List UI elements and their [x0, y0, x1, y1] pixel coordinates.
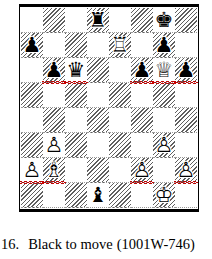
square-b3[interactable]: ♟♙ [43, 133, 65, 158]
square-d4[interactable] [87, 108, 109, 133]
square-d2[interactable] [87, 158, 109, 183]
square-c4[interactable] [65, 108, 87, 133]
black-queen[interactable]: ♛ [65, 58, 87, 82]
square-g7[interactable]: ♟♟ [153, 33, 175, 58]
square-b2[interactable]: ♝♗ [43, 158, 65, 183]
white-pawn-halo: ♟ [21, 158, 43, 182]
square-c1[interactable] [65, 183, 87, 208]
square-h8[interactable] [175, 8, 197, 33]
square-f1[interactable] [131, 183, 153, 208]
square-d7[interactable] [87, 33, 109, 58]
square-g5[interactable] [153, 83, 175, 108]
black-pawn-halo: ♟ [153, 33, 175, 57]
square-d5[interactable] [87, 83, 109, 108]
square-e7[interactable]: ♜♖ [109, 33, 131, 58]
black-pawn[interactable]: ♟ [21, 33, 43, 57]
black-bishop-halo: ♝ [87, 183, 109, 207]
white-king[interactable]: ♔ [153, 183, 175, 207]
square-e1[interactable] [109, 183, 131, 208]
black-queen-halo: ♛ [65, 58, 87, 82]
square-g1[interactable]: ♚♔ [153, 183, 175, 208]
black-bishop[interactable]: ♝ [87, 183, 109, 207]
square-a3[interactable] [21, 133, 43, 158]
white-pawn[interactable]: ♙ [131, 158, 153, 182]
square-f4[interactable] [131, 108, 153, 133]
black-pawn-halo: ♟ [175, 58, 197, 82]
square-d1[interactable]: ♝♝ [87, 183, 109, 208]
square-e3[interactable] [109, 133, 131, 158]
black-king-halo: ♚ [153, 8, 175, 32]
square-g4[interactable] [153, 108, 175, 133]
square-b5[interactable] [43, 83, 65, 108]
square-h2[interactable]: ♟♙ [175, 158, 197, 183]
caption-source: (1001W-746) [117, 236, 195, 252]
square-f7[interactable] [131, 33, 153, 58]
square-c8[interactable] [65, 8, 87, 33]
white-pawn-halo: ♟ [131, 158, 153, 182]
square-e6[interactable] [109, 58, 131, 83]
white-queen-halo: ♛ [153, 58, 175, 82]
square-b7[interactable] [43, 33, 65, 58]
white-bishop-halo: ♝ [43, 158, 65, 182]
square-h4[interactable] [175, 108, 197, 133]
white-queen[interactable]: ♕ [153, 58, 175, 82]
square-d8[interactable]: ♜♜ [87, 8, 109, 33]
square-h3[interactable] [175, 133, 197, 158]
square-e2[interactable] [109, 158, 131, 183]
square-h5[interactable] [175, 83, 197, 108]
white-pawn[interactable]: ♙ [21, 158, 43, 182]
square-c3[interactable] [65, 133, 87, 158]
white-pawn-halo: ♟ [153, 133, 175, 157]
square-g8[interactable]: ♚♚ [153, 8, 175, 33]
square-b8[interactable] [43, 8, 65, 33]
square-h6[interactable]: ♟♟ [175, 58, 197, 83]
white-pawn[interactable]: ♙ [43, 133, 65, 157]
square-e4[interactable] [109, 108, 131, 133]
square-b6[interactable]: ♟♟ [43, 58, 65, 83]
square-a2[interactable]: ♟♙ [21, 158, 43, 183]
square-a4[interactable] [21, 108, 43, 133]
square-c7[interactable] [65, 33, 87, 58]
square-d3[interactable] [87, 133, 109, 158]
square-c6[interactable]: ♛♛ [65, 58, 87, 83]
black-pawn-halo: ♟ [43, 58, 65, 82]
square-a5[interactable] [21, 83, 43, 108]
square-e5[interactable] [109, 83, 131, 108]
black-rook-halo: ♜ [87, 8, 109, 32]
square-f3[interactable] [131, 133, 153, 158]
white-king-halo: ♚ [153, 183, 175, 207]
black-pawn[interactable]: ♟ [43, 58, 65, 82]
white-rook[interactable]: ♖ [109, 33, 131, 57]
chess-board[interactable]: ♜♜♚♚♟♟♜♖♟♟♟♟♛♛♟♟♛♕♟♟♟♙♟♙♟♙♝♗♟♙♟♙♝♝♚♔ [21, 8, 197, 208]
chess-board-frame: ♜♜♚♚♟♟♜♖♟♟♟♟♛♛♟♟♛♕♟♟♟♙♟♙♟♙♝♗♟♙♟♙♝♝♚♔ [19, 4, 199, 212]
square-g6[interactable]: ♛♕ [153, 58, 175, 83]
square-a8[interactable] [21, 8, 43, 33]
diagram-caption: 16.Black to move(1001W-746) [1, 236, 195, 253]
square-f2[interactable]: ♟♙ [131, 158, 153, 183]
square-a1[interactable] [21, 183, 43, 208]
black-pawn-halo: ♟ [21, 33, 43, 57]
square-c5[interactable] [65, 83, 87, 108]
black-pawn[interactable]: ♟ [175, 58, 197, 82]
caption-number: 16. [1, 236, 19, 252]
square-h7[interactable] [175, 33, 197, 58]
white-pawn-halo: ♟ [43, 133, 65, 157]
black-rook[interactable]: ♜ [87, 8, 109, 32]
black-pawn[interactable]: ♟ [153, 33, 175, 57]
black-pawn[interactable]: ♟ [131, 58, 153, 82]
black-pawn-halo: ♟ [131, 58, 153, 82]
square-d6[interactable] [87, 58, 109, 83]
caption-text: Black to move [28, 236, 113, 252]
white-pawn-halo: ♟ [175, 158, 197, 182]
white-bishop[interactable]: ♗ [43, 158, 65, 182]
square-b4[interactable] [43, 108, 65, 133]
square-a7[interactable]: ♟♟ [21, 33, 43, 58]
white-pawn[interactable]: ♙ [175, 158, 197, 182]
white-rook-halo: ♜ [109, 33, 131, 57]
square-h1[interactable] [175, 183, 197, 208]
square-a6[interactable] [21, 58, 43, 83]
black-king[interactable]: ♚ [153, 8, 175, 32]
square-b1[interactable] [43, 183, 65, 208]
square-e8[interactable] [109, 8, 131, 33]
square-g2[interactable] [153, 158, 175, 183]
square-f8[interactable] [131, 8, 153, 33]
square-f5[interactable] [131, 83, 153, 108]
white-pawn[interactable]: ♙ [153, 133, 175, 157]
square-f6[interactable]: ♟♟ [131, 58, 153, 83]
square-c2[interactable] [65, 158, 87, 183]
square-g3[interactable]: ♟♙ [153, 133, 175, 158]
